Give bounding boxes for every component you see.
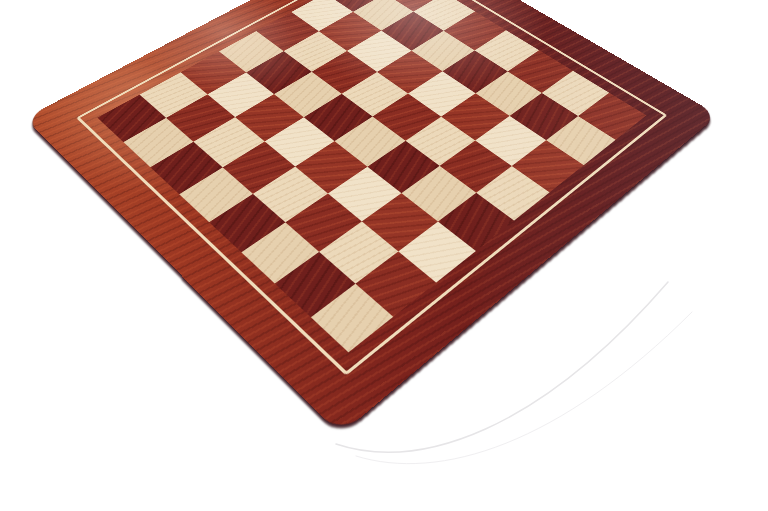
board-edge-shadow <box>0 0 768 511</box>
photo-stage <box>0 0 768 511</box>
chess-board[interactable] <box>25 0 718 435</box>
